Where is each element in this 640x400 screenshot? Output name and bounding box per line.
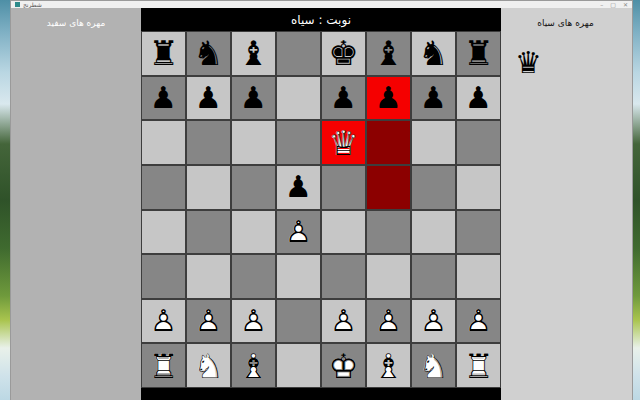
square-e7[interactable]: ♟ [321, 76, 366, 121]
piece-black-pawn: ♟ [187, 77, 230, 120]
app-icon [15, 2, 20, 7]
square-h2[interactable]: ♟♙ [456, 299, 501, 344]
close-icon[interactable]: ✕ [623, 1, 628, 8]
square-g8[interactable]: ♞ [411, 31, 456, 76]
square-f4[interactable] [366, 210, 411, 255]
piece-black-pawn: ♟ [322, 77, 365, 120]
piece-black-pawn: ♟ [142, 77, 185, 120]
square-f8[interactable]: ♝ [366, 31, 411, 76]
square-a3[interactable] [141, 254, 186, 299]
square-g4[interactable] [411, 210, 456, 255]
piece-black-pawn: ♟ [277, 166, 320, 209]
square-f2[interactable]: ♟♙ [366, 299, 411, 344]
board-frame: نوبت : سیاه ♜♞♝♚♝♞♜♟♟♟♟♟♟♟♛♕♟♟♙♟♙♟♙♟♙♟♙♟… [141, 8, 501, 400]
white-tray-label: مهره های سفید [11, 18, 141, 28]
piece-black-bishop: ♝ [367, 32, 410, 75]
square-d3[interactable] [276, 254, 321, 299]
piece-white-queen: ♛♕ [322, 121, 365, 164]
square-e2[interactable]: ♟♙ [321, 299, 366, 344]
turn-banner: نوبت : سیاه [141, 8, 501, 31]
piece-white-king: ♚♔ [322, 344, 365, 387]
square-c1[interactable]: ♝♗ [231, 343, 276, 388]
square-b1[interactable]: ♞♘ [186, 343, 231, 388]
piece-black-pawn: ♟ [457, 77, 500, 120]
piece-black-pawn: ♟ [232, 77, 275, 120]
square-g3[interactable] [411, 254, 456, 299]
chess-app-window: شطرنج – ▢ ✕ مهره های سفید مهره های سیاه … [10, 0, 633, 400]
square-d2[interactable] [276, 299, 321, 344]
square-h7[interactable]: ♟ [456, 76, 501, 121]
chess-board: ♜♞♝♚♝♞♜♟♟♟♟♟♟♟♛♕♟♟♙♟♙♟♙♟♙♟♙♟♙♟♙♟♙♜♖♞♘♝♗♚… [141, 31, 501, 388]
piece-white-pawn: ♟♙ [277, 211, 320, 254]
square-g6[interactable] [411, 120, 456, 165]
piece-black-pawn: ♟ [367, 77, 410, 120]
square-d4[interactable]: ♟♙ [276, 210, 321, 255]
window-title: شطرنج [23, 1, 42, 8]
black-tray-label: مهره های سیاه [499, 18, 632, 28]
piece-white-pawn: ♟♙ [367, 300, 410, 343]
square-f1[interactable]: ♝♗ [366, 343, 411, 388]
piece-black-king: ♚ [322, 32, 365, 75]
square-c5[interactable] [231, 165, 276, 210]
square-e6[interactable]: ♛♕ [321, 120, 366, 165]
square-c4[interactable] [231, 210, 276, 255]
piece-white-knight: ♞♘ [412, 344, 455, 387]
square-a2[interactable]: ♟♙ [141, 299, 186, 344]
square-e1[interactable]: ♚♔ [321, 343, 366, 388]
square-h8[interactable]: ♜ [456, 31, 501, 76]
minimize-icon[interactable]: – [600, 1, 603, 8]
piece-white-pawn: ♟♙ [187, 300, 230, 343]
piece-white-pawn: ♟♙ [232, 300, 275, 343]
square-b8[interactable]: ♞ [186, 31, 231, 76]
square-e8[interactable]: ♚ [321, 31, 366, 76]
square-h6[interactable] [456, 120, 501, 165]
square-d6[interactable] [276, 120, 321, 165]
square-f3[interactable] [366, 254, 411, 299]
piece-white-bishop: ♝♗ [367, 344, 410, 387]
piece-white-bishop: ♝♗ [232, 344, 275, 387]
maximize-icon[interactable]: ▢ [610, 1, 616, 8]
square-g1[interactable]: ♞♘ [411, 343, 456, 388]
square-f6[interactable] [366, 120, 411, 165]
square-d8[interactable] [276, 31, 321, 76]
square-g7[interactable]: ♟ [411, 76, 456, 121]
square-a6[interactable] [141, 120, 186, 165]
square-b4[interactable] [186, 210, 231, 255]
square-c7[interactable]: ♟ [231, 76, 276, 121]
captured-black-pieces: ♛ [515, 48, 542, 78]
square-a8[interactable]: ♜ [141, 31, 186, 76]
square-h1[interactable]: ♜♖ [456, 343, 501, 388]
square-b3[interactable] [186, 254, 231, 299]
square-a5[interactable] [141, 165, 186, 210]
square-b7[interactable]: ♟ [186, 76, 231, 121]
square-c3[interactable] [231, 254, 276, 299]
square-a7[interactable]: ♟ [141, 76, 186, 121]
piece-black-pawn: ♟ [412, 77, 455, 120]
square-g5[interactable] [411, 165, 456, 210]
square-h3[interactable] [456, 254, 501, 299]
piece-white-pawn: ♟♙ [142, 300, 185, 343]
square-c2[interactable]: ♟♙ [231, 299, 276, 344]
square-d7[interactable] [276, 76, 321, 121]
square-b5[interactable] [186, 165, 231, 210]
piece-white-pawn: ♟♙ [322, 300, 365, 343]
square-e5[interactable] [321, 165, 366, 210]
window-titlebar[interactable]: شطرنج – ▢ ✕ [11, 1, 632, 8]
white-pieces-tray: مهره های سفید [11, 8, 141, 400]
square-a1[interactable]: ♜♖ [141, 343, 186, 388]
square-e3[interactable] [321, 254, 366, 299]
board-frame-bottom [141, 388, 501, 400]
piece-white-knight: ♞♘ [187, 344, 230, 387]
square-c8[interactable]: ♝ [231, 31, 276, 76]
client-area: مهره های سفید مهره های سیاه ♛ نوبت : سیا… [11, 8, 632, 400]
piece-white-pawn: ♟♙ [412, 300, 455, 343]
square-a4[interactable] [141, 210, 186, 255]
piece-black-rook: ♜ [142, 32, 185, 75]
square-b2[interactable]: ♟♙ [186, 299, 231, 344]
square-c6[interactable] [231, 120, 276, 165]
square-d5[interactable]: ♟ [276, 165, 321, 210]
square-h5[interactable] [456, 165, 501, 210]
square-e4[interactable] [321, 210, 366, 255]
piece-white-pawn: ♟♙ [457, 300, 500, 343]
piece-black-rook: ♜ [457, 32, 500, 75]
captured-black-queen: ♛ [515, 45, 542, 80]
piece-black-bishop: ♝ [232, 32, 275, 75]
square-g2[interactable]: ♟♙ [411, 299, 456, 344]
square-h4[interactable] [456, 210, 501, 255]
piece-white-rook: ♜♖ [142, 344, 185, 387]
square-b6[interactable] [186, 120, 231, 165]
piece-black-knight: ♞ [412, 32, 455, 75]
square-d1[interactable] [276, 343, 321, 388]
square-f5[interactable] [366, 165, 411, 210]
piece-white-rook: ♜♖ [457, 344, 500, 387]
square-f7[interactable]: ♟ [366, 76, 411, 121]
desktop: { "game": "chess", "window": { "title": … [0, 0, 640, 400]
black-pieces-tray: مهره های سیاه ♛ [499, 8, 632, 400]
piece-black-knight: ♞ [187, 32, 230, 75]
